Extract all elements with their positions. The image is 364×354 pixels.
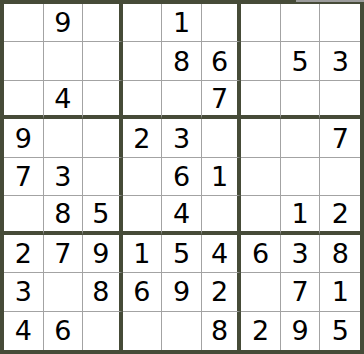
cell-r9c5[interactable] (162, 312, 202, 350)
cell-r2c3[interactable] (83, 42, 123, 80)
cell-r7c7[interactable]: 6 (241, 235, 281, 273)
cell-r2c7[interactable] (241, 42, 281, 80)
cell-r9c9[interactable]: 5 (320, 312, 360, 350)
cell-r1c1[interactable] (4, 4, 44, 42)
cell-r1c9[interactable] (320, 4, 360, 42)
cell-r3c1[interactable] (4, 81, 44, 119)
cell-r8c4[interactable]: 6 (123, 273, 163, 311)
cell-r6c7[interactable] (241, 196, 281, 234)
cell-r2c2[interactable] (44, 42, 84, 80)
cell-r1c8[interactable] (281, 4, 321, 42)
cell-r6c2[interactable]: 8 (44, 196, 84, 234)
cell-r4c8[interactable] (281, 119, 321, 157)
cell-r5c5[interactable]: 6 (162, 158, 202, 196)
cell-r3c5[interactable] (162, 81, 202, 119)
cell-r6c5[interactable]: 4 (162, 196, 202, 234)
cell-r7c8[interactable]: 3 (281, 235, 321, 273)
cell-r7c2[interactable]: 7 (44, 235, 84, 273)
cell-r7c5[interactable]: 5 (162, 235, 202, 273)
cell-r1c2[interactable]: 9 (44, 4, 84, 42)
cell-r6c1[interactable] (4, 196, 44, 234)
cell-r9c2[interactable]: 6 (44, 312, 84, 350)
cell-r6c6[interactable] (202, 196, 242, 234)
cell-r5c7[interactable] (241, 158, 281, 196)
cell-r1c5[interactable]: 1 (162, 4, 202, 42)
cell-r1c6[interactable] (202, 4, 242, 42)
cell-r2c9[interactable]: 3 (320, 42, 360, 80)
cell-r6c8[interactable]: 1 (281, 196, 321, 234)
cell-r6c3[interactable]: 5 (83, 196, 123, 234)
cell-r9c8[interactable]: 9 (281, 312, 321, 350)
cell-r6c9[interactable]: 2 (320, 196, 360, 234)
cell-r5c1[interactable]: 7 (4, 158, 44, 196)
cell-r1c7[interactable] (241, 4, 281, 42)
cell-r1c3[interactable] (83, 4, 123, 42)
cell-r5c3[interactable] (83, 158, 123, 196)
cell-r8c2[interactable] (44, 273, 84, 311)
cell-r7c9[interactable]: 8 (320, 235, 360, 273)
cell-r9c4[interactable] (123, 312, 163, 350)
cell-r2c1[interactable] (4, 42, 44, 80)
cell-r8c6[interactable]: 2 (202, 273, 242, 311)
cell-r2c4[interactable] (123, 42, 163, 80)
cell-r4c3[interactable] (83, 119, 123, 157)
cell-r2c6[interactable]: 6 (202, 42, 242, 80)
cell-r5c8[interactable] (281, 158, 321, 196)
cell-r1c4[interactable] (123, 4, 163, 42)
cell-r5c2[interactable]: 3 (44, 158, 84, 196)
cell-r3c6[interactable]: 7 (202, 81, 242, 119)
cell-r4c1[interactable]: 9 (4, 119, 44, 157)
cell-r3c4[interactable] (123, 81, 163, 119)
sudoku-window: 9186534792377361854122791546383869271468… (0, 0, 364, 354)
cell-r2c5[interactable]: 8 (162, 42, 202, 80)
cell-r5c6[interactable]: 1 (202, 158, 242, 196)
cell-r4c2[interactable] (44, 119, 84, 157)
cell-r4c5[interactable]: 3 (162, 119, 202, 157)
cell-r3c7[interactable] (241, 81, 281, 119)
cell-r5c4[interactable] (123, 158, 163, 196)
cell-r3c2[interactable]: 4 (44, 81, 84, 119)
cell-r8c9[interactable]: 1 (320, 273, 360, 311)
cell-r4c9[interactable]: 7 (320, 119, 360, 157)
cell-r3c9[interactable] (320, 81, 360, 119)
cell-r7c6[interactable]: 4 (202, 235, 242, 273)
cell-r2c8[interactable]: 5 (281, 42, 321, 80)
sudoku-board: 9186534792377361854122791546383869271468… (0, 0, 364, 354)
cell-r3c8[interactable] (281, 81, 321, 119)
cell-r9c6[interactable]: 8 (202, 312, 242, 350)
cell-r5c9[interactable] (320, 158, 360, 196)
cell-r9c7[interactable]: 2 (241, 312, 281, 350)
cell-r8c3[interactable]: 8 (83, 273, 123, 311)
cell-r3c3[interactable] (83, 81, 123, 119)
cell-r8c8[interactable]: 7 (281, 273, 321, 311)
cell-r6c4[interactable] (123, 196, 163, 234)
cell-r7c4[interactable]: 1 (123, 235, 163, 273)
cell-r7c3[interactable]: 9 (83, 235, 123, 273)
cell-r4c4[interactable]: 2 (123, 119, 163, 157)
cell-r7c1[interactable]: 2 (4, 235, 44, 273)
cell-r4c7[interactable] (241, 119, 281, 157)
cell-r9c3[interactable] (83, 312, 123, 350)
cell-r8c1[interactable]: 3 (4, 273, 44, 311)
cell-r9c1[interactable]: 4 (4, 312, 44, 350)
cell-r8c7[interactable] (241, 273, 281, 311)
cell-r8c5[interactable]: 9 (162, 273, 202, 311)
partial-toolbar-edge (296, 0, 364, 2)
cell-r4c6[interactable] (202, 119, 242, 157)
